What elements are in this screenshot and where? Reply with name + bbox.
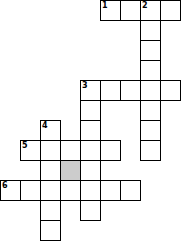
gray-cell-r8c3[interactable] (60, 160, 81, 181)
clue-number-2: 2 (142, 1, 148, 10)
clue-number-5: 5 (22, 141, 28, 150)
cell-r5c7[interactable] (140, 100, 161, 121)
cell-r8c2[interactable] (40, 160, 61, 181)
cell-r0c8[interactable] (160, 0, 181, 21)
cell-r3c7[interactable] (140, 60, 161, 81)
cell-r2c7[interactable] (140, 40, 161, 61)
cell-r4c7[interactable] (140, 80, 161, 101)
cell-r9c2[interactable] (40, 180, 61, 201)
cell-r8c4[interactable] (80, 160, 101, 181)
cell-r7c1[interactable]: 5 (20, 140, 41, 161)
clue-number-6: 6 (2, 181, 8, 190)
cell-r9c6[interactable] (120, 180, 141, 201)
cell-r7c4[interactable] (80, 140, 101, 161)
cell-r6c2[interactable]: 4 (40, 120, 61, 141)
cell-r7c5[interactable] (100, 140, 121, 161)
cell-r4c6[interactable] (120, 80, 141, 101)
cell-r10c4[interactable] (80, 200, 101, 221)
cell-r9c3[interactable] (60, 180, 81, 201)
clue-number-4: 4 (42, 121, 48, 130)
cell-r9c4[interactable] (80, 180, 101, 201)
cell-r4c4[interactable]: 3 (80, 80, 101, 101)
cell-r10c2[interactable] (40, 200, 61, 221)
cell-r7c7[interactable] (140, 140, 161, 161)
cell-r0c5[interactable]: 1 (100, 0, 121, 21)
cell-r11c2[interactable] (40, 220, 61, 241)
cell-r7c3[interactable] (60, 140, 81, 161)
cell-r7c2[interactable] (40, 140, 61, 161)
cell-r5c4[interactable] (80, 100, 101, 121)
cell-r9c1[interactable] (20, 180, 41, 201)
cell-r4c5[interactable] (100, 80, 121, 101)
clue-number-1: 1 (102, 1, 108, 10)
crossword-board: 123456 (0, 0, 181, 241)
cell-r6c4[interactable] (80, 120, 101, 141)
clue-number-3: 3 (82, 81, 88, 90)
cell-r4c8[interactable] (160, 80, 181, 101)
cell-r1c7[interactable] (140, 20, 161, 41)
cell-r6c7[interactable] (140, 120, 161, 141)
cell-r9c0[interactable]: 6 (0, 180, 21, 201)
cell-r0c7[interactable]: 2 (140, 0, 161, 21)
crossword-page: 123456 (0, 0, 181, 241)
cell-r9c5[interactable] (100, 180, 121, 201)
cell-r0c6[interactable] (120, 0, 141, 21)
